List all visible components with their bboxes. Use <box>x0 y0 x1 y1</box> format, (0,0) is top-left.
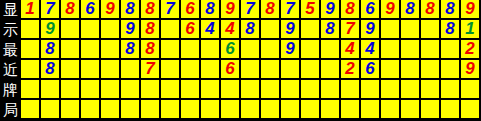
cell-r4c23: 9 <box>461 60 481 80</box>
cell-digit: 8 <box>205 0 214 18</box>
cell-r1c21: 8 <box>421 0 441 20</box>
cell-digit: 8 <box>445 0 454 18</box>
cell-r4c7: 7 <box>141 60 161 80</box>
cell-r2c8 <box>161 20 181 40</box>
cell-digit: 8 <box>125 40 134 58</box>
cell-r2c4 <box>81 20 101 40</box>
cell-r1c19: 9 <box>381 0 401 20</box>
cell-digit: 7 <box>45 0 54 18</box>
cell-r6c14 <box>281 100 301 120</box>
cell-r1c15: 5 <box>301 0 321 20</box>
cell-r1c10: 8 <box>201 0 221 20</box>
cell-r3c20 <box>401 40 421 60</box>
cell-r5c2 <box>41 80 61 100</box>
cell-r3c6: 8 <box>121 40 141 60</box>
cell-digit: 1 <box>465 20 474 38</box>
cell-r4c16 <box>321 60 341 80</box>
cell-r3c17: 4 <box>341 40 361 60</box>
cell-r2c16: 8 <box>321 20 341 40</box>
cell-digit: 6 <box>185 20 194 38</box>
cell-digit: 6 <box>185 0 194 18</box>
cell-digit: 7 <box>285 0 294 18</box>
cell-r5c10 <box>201 80 221 100</box>
cell-digit: 8 <box>345 0 354 18</box>
cell-r4c9 <box>181 60 201 80</box>
sidebar-char-1: 显 <box>0 0 21 20</box>
cell-r4c13 <box>261 60 281 80</box>
cell-r3c2: 8 <box>41 40 61 60</box>
cell-r5c15 <box>301 80 321 100</box>
cell-r5c7 <box>141 80 161 100</box>
cell-r4c21 <box>421 60 441 80</box>
cell-digit: 9 <box>465 0 474 18</box>
cell-r1c13: 8 <box>261 0 281 20</box>
cell-r5c14 <box>281 80 301 100</box>
cell-r1c23: 9 <box>461 0 481 20</box>
cell-r5c18 <box>361 80 381 100</box>
cell-r6c22 <box>441 100 461 120</box>
cell-digit: 8 <box>45 60 54 78</box>
cell-digit: 8 <box>245 20 254 38</box>
cell-digit: 8 <box>145 40 154 58</box>
cell-r5c22 <box>441 80 461 100</box>
cell-r1c14: 7 <box>281 0 301 20</box>
cell-r4c15 <box>301 60 321 80</box>
cell-digit: 8 <box>125 0 134 18</box>
cell-r6c8 <box>161 100 181 120</box>
cell-r6c11 <box>221 100 241 120</box>
cell-r4c18: 6 <box>361 60 381 80</box>
cell-r1c16: 9 <box>321 0 341 20</box>
cell-r1c12: 7 <box>241 0 261 20</box>
cell-r1c11: 9 <box>221 0 241 20</box>
cell-r5c20 <box>401 80 421 100</box>
cell-r2c20 <box>401 20 421 40</box>
cell-r5c23 <box>461 80 481 100</box>
cell-digit: 9 <box>105 0 114 18</box>
cell-digit: 9 <box>285 40 294 58</box>
cell-r6c13 <box>261 100 281 120</box>
cell-r6c19 <box>381 100 401 120</box>
cell-r3c22 <box>441 40 461 60</box>
cell-r1c1: 1 <box>21 0 41 20</box>
cell-r6c3 <box>61 100 81 120</box>
cell-r2c17: 7 <box>341 20 361 40</box>
cell-r1c22: 8 <box>441 0 461 20</box>
cell-r4c6 <box>121 60 141 80</box>
cell-digit: 9 <box>45 20 54 38</box>
cell-r6c5 <box>101 100 121 120</box>
cell-r3c12 <box>241 40 261 60</box>
cell-digit: 4 <box>345 40 354 58</box>
cell-digit: 8 <box>45 40 54 58</box>
cell-digit: 9 <box>385 0 394 18</box>
cell-r6c1 <box>21 100 41 120</box>
cell-r2c5 <box>101 20 121 40</box>
cell-r2c12: 8 <box>241 20 261 40</box>
cell-r5c11 <box>221 80 241 100</box>
cell-digit: 6 <box>225 40 234 58</box>
cell-digit: 9 <box>125 20 134 38</box>
cell-r1c17: 8 <box>341 0 361 20</box>
cell-digit: 9 <box>325 0 334 18</box>
cell-r3c9 <box>181 40 201 60</box>
cell-r4c12 <box>241 60 261 80</box>
cell-digit: 7 <box>245 0 254 18</box>
cell-r2c21 <box>421 20 441 40</box>
sidebar-char-4: 近 <box>0 60 21 80</box>
cell-r3c4 <box>81 40 101 60</box>
cell-r5c6 <box>121 80 141 100</box>
cell-r4c22 <box>441 60 461 80</box>
cell-r5c12 <box>241 80 261 100</box>
sidebar-char-2: 示 <box>0 20 21 40</box>
cell-digit: 9 <box>465 60 474 78</box>
cell-digit: 8 <box>65 0 74 18</box>
cell-r6c16 <box>321 100 341 120</box>
cell-r6c23 <box>461 100 481 120</box>
cell-r4c2: 8 <box>41 60 61 80</box>
cell-r6c21 <box>421 100 441 120</box>
cell-digit: 6 <box>365 60 374 78</box>
cell-r5c3 <box>61 80 81 100</box>
cell-r3c13 <box>261 40 281 60</box>
board-grid: 1786988768978759869888999864489879818886… <box>21 0 481 120</box>
cell-r3c11: 6 <box>221 40 241 60</box>
cell-r5c16 <box>321 80 341 100</box>
cell-r2c18: 9 <box>361 20 381 40</box>
cell-r1c9: 6 <box>181 0 201 20</box>
cell-r3c15 <box>301 40 321 60</box>
cell-r5c9 <box>181 80 201 100</box>
sidebar-char-6: 局 <box>0 100 21 120</box>
cell-digit: 2 <box>465 40 474 58</box>
cell-digit: 2 <box>345 60 354 78</box>
sidebar-char-3: 最 <box>0 40 21 60</box>
cell-digit: 9 <box>225 0 234 18</box>
cell-r3c8 <box>161 40 181 60</box>
cell-digit: 6 <box>365 0 374 18</box>
cell-digit: 8 <box>405 0 414 18</box>
cell-digit: 8 <box>145 0 154 18</box>
cell-r2c14: 9 <box>281 20 301 40</box>
cell-r5c21 <box>421 80 441 100</box>
cell-r3c7: 8 <box>141 40 161 60</box>
recent-rounds-panel: 显 示 最 近 牌 局 1786988768978759869888999864… <box>0 0 481 121</box>
cell-r2c11: 4 <box>221 20 241 40</box>
cell-r4c11: 6 <box>221 60 241 80</box>
cell-r1c8: 7 <box>161 0 181 20</box>
cell-r6c17 <box>341 100 361 120</box>
cell-digit: 5 <box>305 0 314 18</box>
cell-digit: 8 <box>445 20 454 38</box>
cell-r4c1 <box>21 60 41 80</box>
cell-r3c16 <box>321 40 341 60</box>
cell-r1c7: 8 <box>141 0 161 20</box>
cell-r6c15 <box>301 100 321 120</box>
cell-r3c1 <box>21 40 41 60</box>
cell-r4c17: 2 <box>341 60 361 80</box>
cell-digit: 8 <box>325 20 334 38</box>
cell-r5c8 <box>161 80 181 100</box>
cell-r6c10 <box>201 100 221 120</box>
cell-digit: 7 <box>345 20 354 38</box>
cell-r2c10: 4 <box>201 20 221 40</box>
cell-r6c12 <box>241 100 261 120</box>
cell-r3c10 <box>201 40 221 60</box>
cell-digit: 8 <box>425 0 434 18</box>
cell-r2c9: 6 <box>181 20 201 40</box>
cell-r1c4: 6 <box>81 0 101 20</box>
sidebar-char-5: 牌 <box>0 80 21 100</box>
cell-r1c5: 9 <box>101 0 121 20</box>
cell-r3c18: 4 <box>361 40 381 60</box>
sidebar-label: 显 示 最 近 牌 局 <box>0 0 21 120</box>
cell-r5c5 <box>101 80 121 100</box>
cell-r2c19 <box>381 20 401 40</box>
cell-r4c10 <box>201 60 221 80</box>
cell-digit: 8 <box>145 20 154 38</box>
cell-r3c23: 2 <box>461 40 481 60</box>
cell-digit: 9 <box>365 20 374 38</box>
cell-r1c2: 7 <box>41 0 61 20</box>
cell-digit: 4 <box>225 20 234 38</box>
cell-r4c19 <box>381 60 401 80</box>
cell-r5c1 <box>21 80 41 100</box>
cell-digit: 4 <box>365 40 374 58</box>
cell-digit: 1 <box>25 0 34 18</box>
cell-r2c7: 8 <box>141 20 161 40</box>
cell-r5c19 <box>381 80 401 100</box>
cell-r6c7 <box>141 100 161 120</box>
cell-digit: 6 <box>85 0 94 18</box>
cell-r3c21 <box>421 40 441 60</box>
cell-r2c13 <box>261 20 281 40</box>
cell-r4c3 <box>61 60 81 80</box>
cell-r1c20: 8 <box>401 0 421 20</box>
cell-r4c20 <box>401 60 421 80</box>
cell-r6c9 <box>181 100 201 120</box>
cell-r3c14: 9 <box>281 40 301 60</box>
cell-r4c8 <box>161 60 181 80</box>
cell-digit: 8 <box>265 0 274 18</box>
cell-r2c3 <box>61 20 81 40</box>
cell-r6c18 <box>361 100 381 120</box>
cell-r5c13 <box>261 80 281 100</box>
cell-r5c4 <box>81 80 101 100</box>
cell-r2c23: 1 <box>461 20 481 40</box>
cell-r6c2 <box>41 100 61 120</box>
cell-digit: 9 <box>285 20 294 38</box>
cell-r3c19 <box>381 40 401 60</box>
cell-digit: 4 <box>205 20 214 38</box>
cell-r2c2: 9 <box>41 20 61 40</box>
cell-r5c17 <box>341 80 361 100</box>
cell-r6c20 <box>401 100 421 120</box>
cell-r3c5 <box>101 40 121 60</box>
cell-r4c4 <box>81 60 101 80</box>
cell-r1c6: 8 <box>121 0 141 20</box>
cell-digit: 7 <box>165 0 174 18</box>
cell-digit: 6 <box>225 60 234 78</box>
cell-r2c15 <box>301 20 321 40</box>
cell-r2c22: 8 <box>441 20 461 40</box>
cell-r1c18: 6 <box>361 0 381 20</box>
cell-r6c6 <box>121 100 141 120</box>
cell-r3c3 <box>61 40 81 60</box>
cell-digit: 7 <box>145 60 154 78</box>
cell-r4c14 <box>281 60 301 80</box>
cell-r2c6: 9 <box>121 20 141 40</box>
cell-r1c3: 8 <box>61 0 81 20</box>
cell-r4c5 <box>101 60 121 80</box>
cell-r2c1 <box>21 20 41 40</box>
cell-r6c4 <box>81 100 101 120</box>
